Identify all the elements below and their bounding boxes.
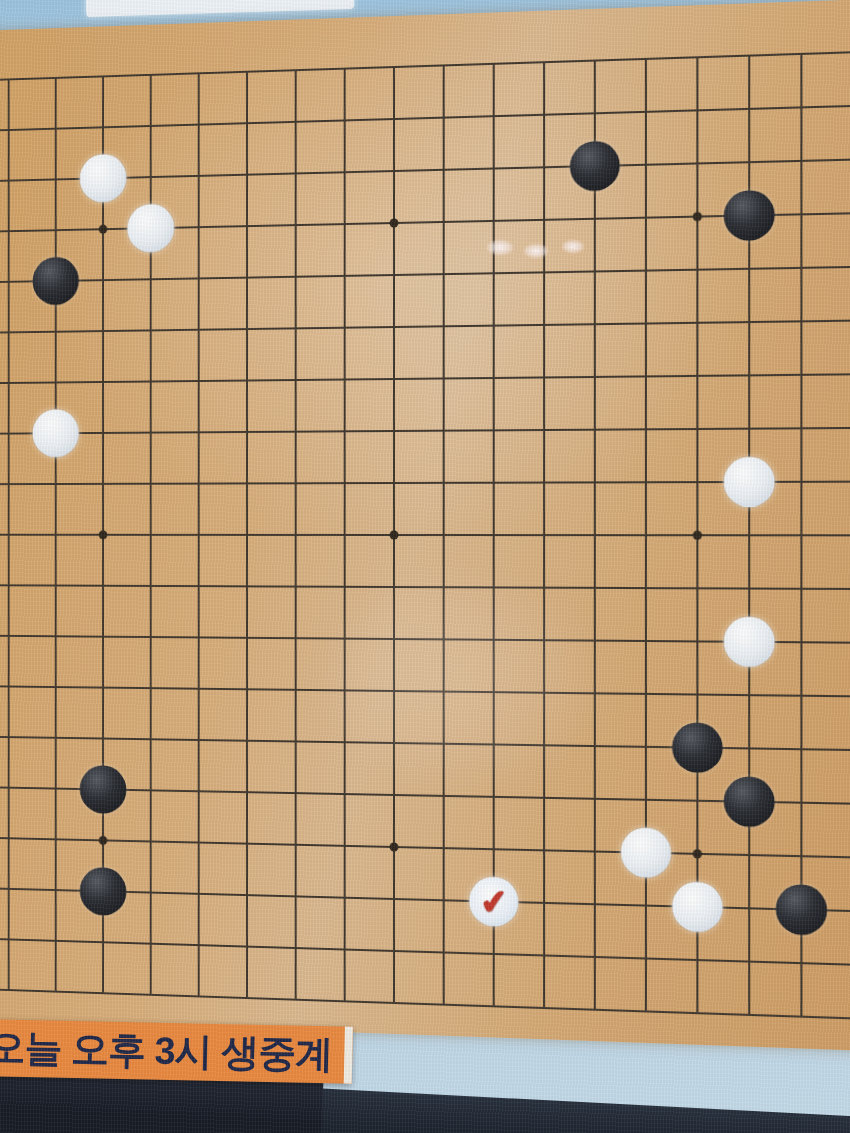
star-point [99, 836, 108, 845]
flash-glare-spot [524, 244, 548, 258]
star-point [390, 218, 399, 227]
stone-white-P4 [621, 827, 671, 878]
banner-text: 오늘 오후 3시 생중계 [0, 1022, 333, 1080]
stone-white-M3: ✔ [469, 876, 518, 927]
star-point [693, 212, 702, 221]
stone-white-R8 [724, 617, 775, 668]
stone-black-O17 [570, 141, 620, 192]
top-ui-card [86, 0, 355, 17]
stone-white-C12 [33, 409, 79, 457]
stone-black-C15 [33, 257, 79, 306]
star-point [693, 531, 702, 540]
star-point [390, 530, 399, 539]
star-point [693, 849, 702, 858]
stone-black-D3 [80, 867, 127, 916]
screen-glare [330, 580, 590, 780]
stone-white-Q3 [672, 881, 723, 932]
stone-black-R5 [724, 776, 775, 827]
stone-white-E16 [127, 204, 174, 253]
star-point [99, 225, 108, 234]
stone-black-D5 [80, 765, 127, 814]
board-grid: ✔ [0, 51, 850, 1019]
last-move-check-icon: ✔ [478, 884, 509, 919]
go-board: ✔ [0, 0, 850, 1052]
stone-black-S3 [776, 884, 827, 936]
stone-white-D17 [80, 154, 127, 203]
stone-white-R11 [724, 457, 775, 507]
live-broadcast-banner: 오늘 오후 3시 생중계 [0, 1019, 353, 1084]
stone-black-Q6 [672, 722, 723, 773]
flash-glare-spot [562, 240, 584, 253]
star-point [390, 842, 399, 851]
star-point [99, 530, 108, 539]
flash-glare-spot [487, 240, 513, 255]
stone-black-R16 [724, 190, 775, 241]
